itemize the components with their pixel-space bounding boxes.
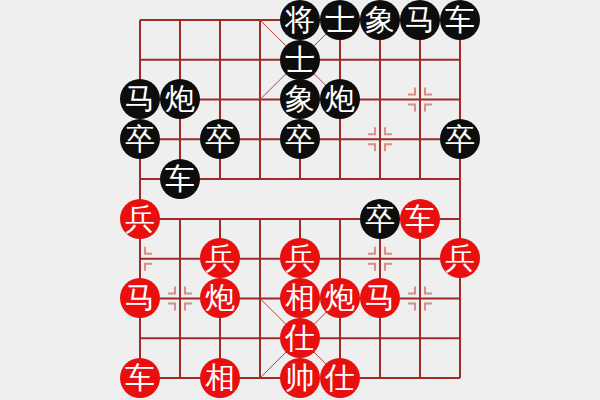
black-soldier[interactable]: 卒 (360, 199, 400, 239)
black-elephant[interactable]: 象 (360, 0, 400, 40)
black-soldier[interactable]: 卒 (120, 119, 160, 159)
black-horse[interactable]: 马 (120, 79, 160, 119)
black-advisor[interactable]: 士 (280, 40, 320, 80)
black-chariot[interactable]: 车 (440, 0, 480, 40)
red-advisor[interactable]: 仕 (280, 318, 320, 358)
black-soldier[interactable]: 卒 (440, 119, 480, 159)
red-elephant[interactable]: 相 (280, 278, 320, 318)
black-cannon[interactable]: 炮 (160, 79, 200, 119)
black-cannon[interactable]: 炮 (320, 79, 360, 119)
black-advisor[interactable]: 士 (320, 0, 360, 40)
red-horse[interactable]: 马 (120, 278, 160, 318)
black-general[interactable]: 将 (280, 0, 320, 40)
red-general[interactable]: 帅 (280, 358, 320, 398)
black-horse[interactable]: 马 (400, 0, 440, 40)
black-soldier[interactable]: 卒 (280, 119, 320, 159)
red-chariot[interactable]: 车 (400, 199, 440, 239)
red-horse[interactable]: 马 (360, 278, 400, 318)
red-cannon[interactable]: 炮 (320, 278, 360, 318)
red-soldier[interactable]: 兵 (120, 199, 160, 239)
red-soldier[interactable]: 兵 (280, 238, 320, 278)
red-soldier[interactable]: 兵 (440, 238, 480, 278)
red-advisor[interactable]: 仕 (320, 358, 360, 398)
xiangqi-board: 将士象马车士马炮象炮卒卒卒卒车卒兵车兵兵兵马炮相炮马仕车相帅仕 (120, 0, 480, 400)
black-soldier[interactable]: 卒 (200, 119, 240, 159)
red-elephant[interactable]: 相 (200, 358, 240, 398)
black-chariot[interactable]: 车 (160, 159, 200, 199)
pieces-layer: 将士象马车士马炮象炮卒卒卒卒车卒兵车兵兵兵马炮相炮马仕车相帅仕 (120, 0, 480, 398)
black-elephant[interactable]: 象 (280, 79, 320, 119)
red-soldier[interactable]: 兵 (200, 238, 240, 278)
red-chariot[interactable]: 车 (120, 358, 160, 398)
red-cannon[interactable]: 炮 (200, 278, 240, 318)
